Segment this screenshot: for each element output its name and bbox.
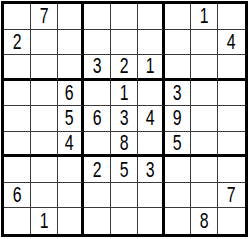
given-digit: 5 bbox=[173, 132, 182, 154]
given-digit: 4 bbox=[145, 107, 154, 129]
given-digit: 3 bbox=[120, 107, 129, 129]
cell-r2c3[interactable] bbox=[58, 30, 85, 56]
cell-r5c8[interactable] bbox=[191, 106, 218, 132]
cell-r8c1[interactable]: 6 bbox=[4, 183, 31, 209]
cell-r6c8[interactable] bbox=[191, 132, 218, 158]
given-digit: 3 bbox=[173, 82, 182, 104]
cell-r1c7[interactable] bbox=[165, 4, 192, 30]
cell-r5c3[interactable]: 5 bbox=[58, 106, 85, 132]
cell-r9c1[interactable] bbox=[4, 208, 31, 234]
cell-r4c7[interactable]: 3 bbox=[165, 81, 192, 107]
cell-r9c7[interactable] bbox=[165, 208, 192, 234]
cell-r6c5[interactable]: 8 bbox=[111, 132, 138, 158]
given-digit: 5 bbox=[65, 107, 74, 129]
cell-r2c5[interactable] bbox=[111, 30, 138, 56]
cell-r3c4[interactable]: 3 bbox=[84, 55, 111, 81]
cell-r3c5[interactable]: 2 bbox=[111, 55, 138, 81]
cell-r9c3[interactable] bbox=[58, 208, 85, 234]
cell-r1c1[interactable] bbox=[4, 4, 31, 30]
cell-r2c7[interactable] bbox=[165, 30, 192, 56]
given-digit: 6 bbox=[65, 82, 74, 104]
sudoku-board: 7124321613563494852536718 bbox=[1, 1, 248, 237]
cell-r5c2[interactable] bbox=[31, 106, 58, 132]
cell-r8c9[interactable]: 7 bbox=[218, 183, 245, 209]
cell-r3c8[interactable] bbox=[191, 55, 218, 81]
cell-r5c6[interactable]: 4 bbox=[138, 106, 165, 132]
cell-r7c6[interactable]: 3 bbox=[138, 157, 165, 183]
cell-r9c5[interactable] bbox=[111, 208, 138, 234]
cell-r2c6[interactable] bbox=[138, 30, 165, 56]
cell-r1c5[interactable] bbox=[111, 4, 138, 30]
cell-r3c3[interactable] bbox=[58, 55, 85, 81]
cell-r2c2[interactable] bbox=[31, 30, 58, 56]
cell-r9c8[interactable]: 8 bbox=[191, 208, 218, 234]
given-digit: 2 bbox=[93, 159, 102, 181]
cell-r4c1[interactable] bbox=[4, 81, 31, 107]
cell-r6c4[interactable] bbox=[84, 132, 111, 158]
cell-r2c1[interactable]: 2 bbox=[4, 30, 31, 56]
cell-r7c9[interactable] bbox=[218, 157, 245, 183]
cell-r1c6[interactable] bbox=[138, 4, 165, 30]
given-digit: 7 bbox=[227, 184, 236, 206]
cell-r3c1[interactable] bbox=[4, 55, 31, 81]
cell-r4c6[interactable] bbox=[138, 81, 165, 107]
cell-r6c2[interactable] bbox=[31, 132, 58, 158]
given-digit: 3 bbox=[93, 55, 102, 77]
given-digit: 8 bbox=[200, 210, 209, 232]
cell-r5c5[interactable]: 3 bbox=[111, 106, 138, 132]
cell-r2c9[interactable]: 4 bbox=[218, 30, 245, 56]
cell-r3c6[interactable]: 1 bbox=[138, 55, 165, 81]
cell-r7c7[interactable] bbox=[165, 157, 192, 183]
cell-r3c2[interactable] bbox=[31, 55, 58, 81]
cell-r8c6[interactable] bbox=[138, 183, 165, 209]
cell-r6c6[interactable] bbox=[138, 132, 165, 158]
cell-r3c7[interactable] bbox=[165, 55, 192, 81]
cell-r4c3[interactable]: 6 bbox=[58, 81, 85, 107]
cell-r4c8[interactable] bbox=[191, 81, 218, 107]
cell-r3c9[interactable] bbox=[218, 55, 245, 81]
cell-r8c7[interactable] bbox=[165, 183, 192, 209]
given-digit: 9 bbox=[173, 107, 182, 129]
cell-r2c4[interactable] bbox=[84, 30, 111, 56]
given-digit: 4 bbox=[227, 31, 236, 53]
cell-r1c9[interactable] bbox=[218, 4, 245, 30]
cell-r1c4[interactable] bbox=[84, 4, 111, 30]
cell-r8c4[interactable] bbox=[84, 183, 111, 209]
given-digit: 1 bbox=[200, 5, 209, 27]
cell-r9c2[interactable]: 1 bbox=[31, 208, 58, 234]
cell-r9c4[interactable] bbox=[84, 208, 111, 234]
cell-r5c7[interactable]: 9 bbox=[165, 106, 192, 132]
cell-r7c2[interactable] bbox=[31, 157, 58, 183]
cell-r7c4[interactable]: 2 bbox=[84, 157, 111, 183]
given-digit: 2 bbox=[120, 55, 129, 77]
cell-r5c4[interactable]: 6 bbox=[84, 106, 111, 132]
cell-r1c3[interactable] bbox=[58, 4, 85, 30]
cell-r6c9[interactable] bbox=[218, 132, 245, 158]
cell-r6c1[interactable] bbox=[4, 132, 31, 158]
cell-r6c3[interactable]: 4 bbox=[58, 132, 85, 158]
cell-r8c5[interactable] bbox=[111, 183, 138, 209]
cell-r7c8[interactable] bbox=[191, 157, 218, 183]
given-digit: 3 bbox=[145, 159, 154, 181]
given-digit: 7 bbox=[39, 5, 48, 27]
given-digit: 6 bbox=[12, 184, 21, 206]
cell-r7c3[interactable] bbox=[58, 157, 85, 183]
cell-r9c9[interactable] bbox=[218, 208, 245, 234]
given-digit: 6 bbox=[93, 107, 102, 129]
given-digit: 4 bbox=[65, 132, 74, 154]
cell-r6c7[interactable]: 5 bbox=[165, 132, 192, 158]
given-digit: 5 bbox=[120, 159, 129, 181]
cell-r4c5[interactable]: 1 bbox=[111, 81, 138, 107]
given-digit: 8 bbox=[120, 132, 129, 154]
cell-r4c4[interactable] bbox=[84, 81, 111, 107]
cell-r8c3[interactable] bbox=[58, 183, 85, 209]
cell-r5c1[interactable] bbox=[4, 106, 31, 132]
cell-r4c9[interactable] bbox=[218, 81, 245, 107]
cell-r7c5[interactable]: 5 bbox=[111, 157, 138, 183]
cell-r1c8[interactable]: 1 bbox=[191, 4, 218, 30]
cell-r4c2[interactable] bbox=[31, 81, 58, 107]
cell-r7c1[interactable] bbox=[4, 157, 31, 183]
cell-r8c8[interactable] bbox=[191, 183, 218, 209]
given-digit: 1 bbox=[39, 210, 48, 232]
cell-r5c9[interactable] bbox=[218, 106, 245, 132]
sudoku-board-container: 7124321613563494852536718 bbox=[1, 1, 248, 237]
given-digit: 1 bbox=[145, 55, 154, 77]
cell-r1c2[interactable]: 7 bbox=[31, 4, 58, 30]
given-digit: 2 bbox=[12, 31, 21, 53]
cell-r2c8[interactable] bbox=[191, 30, 218, 56]
given-digit: 1 bbox=[120, 82, 129, 104]
cell-r9c6[interactable] bbox=[138, 208, 165, 234]
cell-r8c2[interactable] bbox=[31, 183, 58, 209]
